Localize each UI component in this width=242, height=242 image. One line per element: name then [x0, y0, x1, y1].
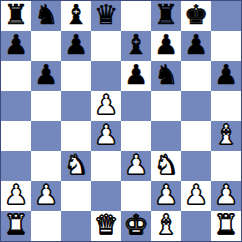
square-a6[interactable]: [1, 61, 31, 91]
square-a5[interactable]: [1, 91, 31, 121]
square-g3[interactable]: [181, 151, 211, 181]
piece-white-bishop[interactable]: ♝: [214, 121, 238, 150]
square-b7[interactable]: [31, 31, 61, 61]
piece-black-pawn[interactable]: ♟: [154, 31, 178, 60]
square-e1[interactable]: ♚: [121, 211, 151, 241]
square-e2[interactable]: [121, 181, 151, 211]
square-h1[interactable]: ♜: [211, 211, 241, 241]
square-a8[interactable]: ♜: [1, 1, 31, 31]
square-b2[interactable]: ♟: [31, 181, 61, 211]
square-a4[interactable]: [1, 121, 31, 151]
piece-black-pawn[interactable]: ♟: [184, 31, 208, 60]
square-f1[interactable]: ♝: [151, 211, 181, 241]
piece-white-knight[interactable]: ♞: [64, 151, 88, 180]
piece-black-king[interactable]: ♚: [184, 1, 208, 30]
square-c7[interactable]: ♟: [61, 31, 91, 61]
square-d6[interactable]: [91, 61, 121, 91]
piece-white-knight[interactable]: ♞: [154, 151, 178, 180]
square-g5[interactable]: [181, 91, 211, 121]
square-c8[interactable]: ♝: [61, 1, 91, 31]
square-g4[interactable]: [181, 121, 211, 151]
square-d1[interactable]: ♛: [91, 211, 121, 241]
square-d4[interactable]: ♟: [91, 121, 121, 151]
square-h6[interactable]: ♟: [211, 61, 241, 91]
piece-black-rook[interactable]: ♜: [154, 1, 178, 30]
square-b3[interactable]: [31, 151, 61, 181]
piece-white-pawn[interactable]: ♟: [124, 151, 148, 180]
square-d7[interactable]: [91, 31, 121, 61]
piece-white-rook[interactable]: ♜: [214, 211, 238, 240]
piece-black-pawn[interactable]: ♟: [214, 61, 238, 90]
square-c3[interactable]: ♞: [61, 151, 91, 181]
piece-white-queen[interactable]: ♛: [94, 211, 118, 240]
piece-white-pawn[interactable]: ♟: [94, 121, 118, 150]
chess-board-container: ♜♞♝♛♜♚♟♟♝♟♟♟♟♞♟♟♟♝♞♟♞♟♟♟♟♟♜♛♚♝♜: [0, 0, 242, 242]
square-d2[interactable]: [91, 181, 121, 211]
square-f7[interactable]: ♟: [151, 31, 181, 61]
square-h8[interactable]: [211, 1, 241, 31]
square-b5[interactable]: [31, 91, 61, 121]
square-e4[interactable]: [121, 121, 151, 151]
square-e6[interactable]: ♟: [121, 61, 151, 91]
square-f2[interactable]: ♟: [151, 181, 181, 211]
piece-black-bishop[interactable]: ♝: [124, 31, 148, 60]
square-h5[interactable]: [211, 91, 241, 121]
square-g8[interactable]: ♚: [181, 1, 211, 31]
square-h4[interactable]: ♝: [211, 121, 241, 151]
piece-black-pawn[interactable]: ♟: [4, 31, 28, 60]
square-c4[interactable]: [61, 121, 91, 151]
piece-black-queen[interactable]: ♛: [94, 1, 118, 30]
piece-white-pawn[interactable]: ♟: [94, 91, 118, 120]
square-h7[interactable]: [211, 31, 241, 61]
square-g7[interactable]: ♟: [181, 31, 211, 61]
square-e5[interactable]: [121, 91, 151, 121]
square-d8[interactable]: ♛: [91, 1, 121, 31]
square-d3[interactable]: [91, 151, 121, 181]
square-e8[interactable]: [121, 1, 151, 31]
square-h3[interactable]: [211, 151, 241, 181]
square-e3[interactable]: ♟: [121, 151, 151, 181]
square-b8[interactable]: ♞: [31, 1, 61, 31]
square-c5[interactable]: [61, 91, 91, 121]
piece-white-pawn[interactable]: ♟: [154, 181, 178, 210]
piece-white-rook[interactable]: ♜: [4, 211, 28, 240]
piece-white-pawn[interactable]: ♟: [4, 181, 28, 210]
square-b1[interactable]: [31, 211, 61, 241]
square-a1[interactable]: ♜: [1, 211, 31, 241]
square-b4[interactable]: [31, 121, 61, 151]
square-f4[interactable]: [151, 121, 181, 151]
square-c6[interactable]: [61, 61, 91, 91]
square-h2[interactable]: ♟: [211, 181, 241, 211]
square-g2[interactable]: ♟: [181, 181, 211, 211]
piece-white-pawn[interactable]: ♟: [34, 181, 58, 210]
square-b6[interactable]: ♟: [31, 61, 61, 91]
piece-white-bishop[interactable]: ♝: [154, 211, 178, 240]
piece-black-pawn[interactable]: ♟: [124, 61, 148, 90]
square-e7[interactable]: ♝: [121, 31, 151, 61]
square-g6[interactable]: [181, 61, 211, 91]
piece-black-pawn[interactable]: ♟: [64, 31, 88, 60]
square-c1[interactable]: [61, 211, 91, 241]
square-a7[interactable]: ♟: [1, 31, 31, 61]
piece-black-knight[interactable]: ♞: [34, 1, 58, 30]
chess-board: ♜♞♝♛♜♚♟♟♝♟♟♟♟♞♟♟♟♝♞♟♞♟♟♟♟♟♜♛♚♝♜: [0, 0, 242, 242]
square-f5[interactable]: [151, 91, 181, 121]
piece-white-pawn[interactable]: ♟: [184, 181, 208, 210]
square-a2[interactable]: ♟: [1, 181, 31, 211]
square-a3[interactable]: [1, 151, 31, 181]
square-f8[interactable]: ♜: [151, 1, 181, 31]
piece-black-pawn[interactable]: ♟: [34, 61, 58, 90]
square-f6[interactable]: ♞: [151, 61, 181, 91]
square-f3[interactable]: ♞: [151, 151, 181, 181]
piece-black-rook[interactable]: ♜: [4, 1, 28, 30]
square-d5[interactable]: ♟: [91, 91, 121, 121]
square-c2[interactable]: [61, 181, 91, 211]
piece-black-bishop[interactable]: ♝: [64, 1, 88, 30]
piece-black-knight[interactable]: ♞: [154, 61, 178, 90]
piece-white-pawn[interactable]: ♟: [214, 181, 238, 210]
square-g1[interactable]: [181, 211, 211, 241]
piece-white-king[interactable]: ♚: [124, 211, 148, 240]
